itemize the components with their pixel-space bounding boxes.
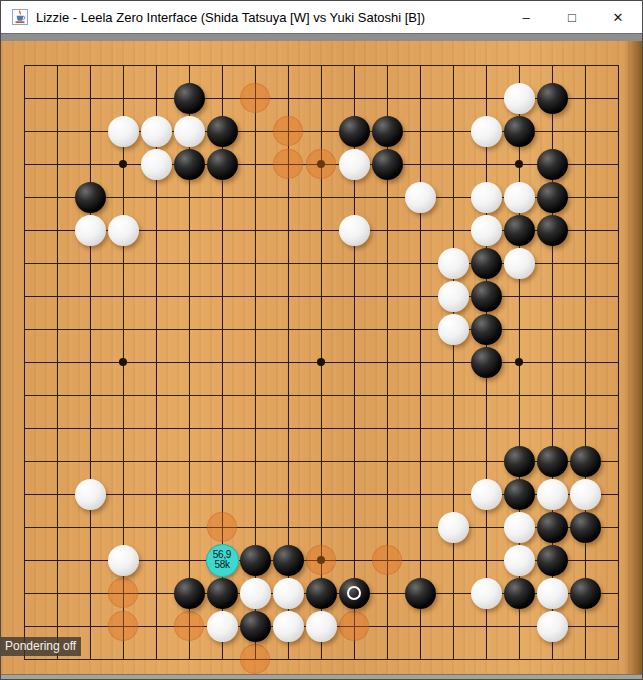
white-stone (108, 545, 139, 576)
window-bottom-strip (1, 674, 643, 680)
black-stone (471, 314, 502, 345)
white-stone (570, 479, 601, 510)
black-stone (570, 446, 601, 477)
black-stone (570, 578, 601, 609)
white-stone (306, 611, 337, 642)
black-stone (372, 116, 403, 147)
black-stone (537, 83, 568, 114)
candidate-move[interactable] (306, 149, 336, 179)
black-stone (240, 545, 271, 576)
black-stone (537, 446, 568, 477)
black-stone (339, 116, 370, 147)
black-stone (372, 149, 403, 180)
java-app-icon (12, 9, 28, 25)
white-stone (438, 314, 469, 345)
black-stone (207, 116, 238, 147)
black-stone (207, 149, 238, 180)
white-stone (240, 578, 271, 609)
grid-line-h (24, 395, 619, 396)
white-stone (339, 215, 370, 246)
hoshi-point (515, 358, 523, 366)
white-stone (438, 512, 469, 543)
close-button[interactable]: ✕ (595, 1, 641, 33)
white-stone (504, 182, 535, 213)
white-stone (471, 215, 502, 246)
white-stone (471, 479, 502, 510)
white-stone (504, 512, 535, 543)
grid-line-v (453, 65, 454, 660)
hoshi-point (317, 358, 325, 366)
candidate-move[interactable] (306, 545, 336, 575)
candidate-move[interactable] (108, 578, 138, 608)
white-stone (75, 215, 106, 246)
white-stone (141, 116, 172, 147)
white-stone (504, 83, 535, 114)
black-stone (405, 578, 436, 609)
candidate-move[interactable] (207, 512, 237, 542)
candidate-move[interactable] (273, 116, 303, 146)
lizzie-window: Lizzie - Leela Zero Interface (Shida Tat… (0, 0, 643, 680)
white-stone (273, 578, 304, 609)
white-stone (108, 116, 139, 147)
minimize-button[interactable]: – (503, 1, 549, 33)
white-stone (471, 578, 502, 609)
hoshi-point (515, 160, 523, 168)
maximize-button[interactable]: □ (549, 1, 595, 33)
best-move-visits: 58k (214, 560, 229, 571)
white-stone (537, 578, 568, 609)
black-stone (504, 116, 535, 147)
white-stone (471, 182, 502, 213)
candidate-move[interactable] (273, 149, 303, 179)
white-stone (504, 248, 535, 279)
black-stone (570, 512, 601, 543)
black-stone (504, 215, 535, 246)
white-stone (174, 116, 205, 147)
black-stone (537, 215, 568, 246)
best-move-suggestion[interactable]: 56,9 58k (206, 544, 239, 577)
board-edge-shadow (624, 41, 643, 680)
candidate-move[interactable] (339, 611, 369, 641)
black-stone (207, 578, 238, 609)
hoshi-point (119, 358, 127, 366)
white-stone (207, 611, 238, 642)
white-stone (438, 281, 469, 312)
white-stone (75, 479, 106, 510)
white-stone (504, 545, 535, 576)
white-stone (438, 248, 469, 279)
grid-line-h (24, 428, 619, 429)
candidate-move[interactable] (174, 611, 204, 641)
white-stone (537, 611, 568, 642)
black-stone (471, 281, 502, 312)
black-stone (471, 347, 502, 378)
window-title: Lizzie - Leela Zero Interface (Shida Tat… (36, 10, 503, 25)
candidate-move[interactable] (108, 611, 138, 641)
black-stone (471, 248, 502, 279)
candidate-move[interactable] (372, 545, 402, 575)
black-stone (174, 578, 205, 609)
white-stone (108, 215, 139, 246)
white-stone (471, 116, 502, 147)
white-stone (537, 479, 568, 510)
hoshi-point (119, 160, 127, 168)
black-stone (537, 182, 568, 213)
black-stone (504, 446, 535, 477)
grid-line-h (24, 659, 619, 660)
black-stone (273, 545, 304, 576)
black-stone (174, 83, 205, 114)
white-stone (141, 149, 172, 180)
grid-line-v (585, 65, 586, 660)
black-stone (504, 578, 535, 609)
white-stone (273, 611, 304, 642)
black-stone (240, 611, 271, 642)
black-stone (504, 479, 535, 510)
black-stone (537, 512, 568, 543)
black-stone (75, 182, 106, 213)
white-stone (339, 149, 370, 180)
black-stone (306, 578, 337, 609)
last-move-marker (347, 586, 361, 600)
black-stone (537, 149, 568, 180)
white-stone (405, 182, 436, 213)
black-stone (174, 149, 205, 180)
grid-line-v (618, 65, 619, 660)
titlebar-separator (1, 33, 642, 41)
black-stone (537, 545, 568, 576)
title-bar[interactable]: Lizzie - Leela Zero Interface (Shida Tat… (1, 1, 642, 33)
go-board[interactable]: 56,9 58k Pondering off (1, 41, 643, 680)
grid-line-v (420, 65, 421, 660)
candidate-move[interactable] (240, 83, 270, 113)
candidate-move[interactable] (240, 644, 270, 674)
pondering-status: Pondering off (1, 637, 81, 656)
